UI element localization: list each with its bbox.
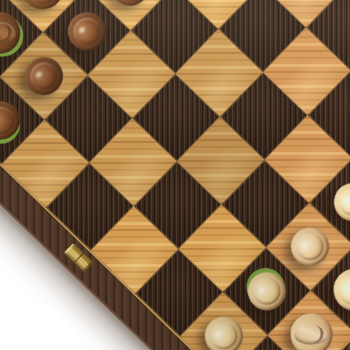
knight-head xyxy=(295,324,328,345)
photo-background xyxy=(0,0,350,350)
chess-board xyxy=(0,0,350,350)
knight-mane xyxy=(0,22,13,43)
board-squares xyxy=(0,0,350,350)
knight-mane xyxy=(300,323,325,344)
